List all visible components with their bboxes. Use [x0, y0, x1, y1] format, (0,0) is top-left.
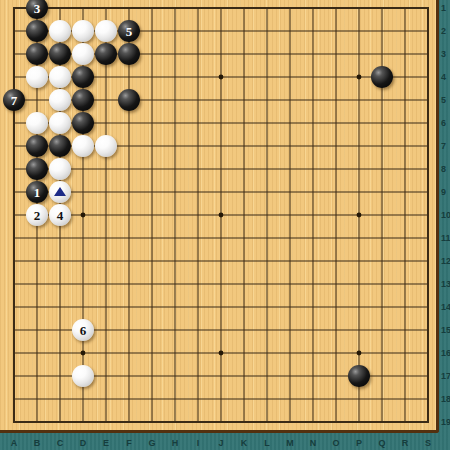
stone-p17[interactable]	[348, 365, 370, 387]
stone-c10[interactable]: 4	[49, 204, 71, 226]
row-label-9: 9	[441, 187, 446, 197]
row-label-5: 5	[441, 95, 446, 105]
move-number-label: 1	[34, 185, 41, 198]
stone-b8[interactable]	[26, 158, 48, 180]
stone-e2[interactable]	[95, 20, 117, 42]
stone-b7[interactable]	[26, 135, 48, 157]
row-label-2: 2	[441, 26, 446, 36]
stone-b2[interactable]	[26, 20, 48, 42]
stone-c5[interactable]	[49, 89, 71, 111]
column-label-e: E	[99, 438, 113, 448]
move-number-label: 5	[126, 24, 133, 37]
stone-b3[interactable]	[26, 43, 48, 65]
stone-b4[interactable]	[26, 66, 48, 88]
column-label-h: H	[168, 438, 182, 448]
row-label-14: 14	[441, 302, 450, 312]
move-number-label: 2	[34, 208, 41, 221]
column-label-a: A	[7, 438, 21, 448]
triangle-marker-icon	[54, 187, 66, 196]
stone-d2[interactable]	[72, 20, 94, 42]
row-label-6: 6	[441, 118, 446, 128]
stone-c3[interactable]	[49, 43, 71, 65]
stone-e7[interactable]	[95, 135, 117, 157]
stone-c6[interactable]	[49, 112, 71, 134]
board-grid[interactable]: 3571246	[3, 0, 440, 434]
column-label-g: G	[145, 438, 159, 448]
go-board-panel: 3571246 ABCDEFGHIJKLMNOPQRS 123456789101…	[0, 0, 450, 450]
row-label-16: 16	[441, 348, 450, 358]
stone-b9[interactable]: 1	[26, 181, 48, 203]
column-label-o: O	[329, 438, 343, 448]
row-label-1: 1	[441, 3, 446, 13]
column-label-l: L	[260, 438, 274, 448]
stone-f5[interactable]	[118, 89, 140, 111]
column-label-p: P	[352, 438, 366, 448]
column-label-m: M	[283, 438, 297, 448]
stone-a5[interactable]: 7	[3, 89, 25, 111]
move-number-label: 4	[57, 208, 64, 221]
stone-d3[interactable]	[72, 43, 94, 65]
stone-c4[interactable]	[49, 66, 71, 88]
stone-d17[interactable]	[72, 365, 94, 387]
goban[interactable]: 3571246	[0, 0, 439, 433]
column-label-d: D	[76, 438, 90, 448]
stone-b6[interactable]	[26, 112, 48, 134]
row-label-10: 10	[441, 210, 450, 220]
row-label-17: 17	[441, 371, 450, 381]
row-label-4: 4	[441, 72, 446, 82]
row-label-12: 12	[441, 256, 450, 266]
row-label-3: 3	[441, 49, 446, 59]
row-label-8: 8	[441, 164, 446, 174]
stone-f2[interactable]: 5	[118, 20, 140, 42]
stone-f3[interactable]	[118, 43, 140, 65]
column-label-f: F	[122, 438, 136, 448]
column-label-i: I	[191, 438, 205, 448]
row-label-13: 13	[441, 279, 450, 289]
stone-d15[interactable]: 6	[72, 319, 94, 341]
row-label-18: 18	[441, 394, 450, 404]
stone-c9[interactable]	[49, 181, 71, 203]
column-label-q: Q	[375, 438, 389, 448]
row-label-7: 7	[441, 141, 446, 151]
stone-b10[interactable]: 2	[26, 204, 48, 226]
row-label-11: 11	[441, 233, 450, 243]
stone-d6[interactable]	[72, 112, 94, 134]
column-label-b: B	[30, 438, 44, 448]
stone-c2[interactable]	[49, 20, 71, 42]
move-number-label: 7	[11, 93, 18, 106]
column-label-k: K	[237, 438, 251, 448]
stone-q4[interactable]	[371, 66, 393, 88]
move-number-label: 6	[80, 323, 87, 336]
stone-c7[interactable]	[49, 135, 71, 157]
stone-d5[interactable]	[72, 89, 94, 111]
stone-b1[interactable]: 3	[26, 0, 48, 19]
column-label-j: J	[214, 438, 228, 448]
column-label-s: S	[421, 438, 435, 448]
row-label-15: 15	[441, 325, 450, 335]
column-label-n: N	[306, 438, 320, 448]
stone-c8[interactable]	[49, 158, 71, 180]
column-label-c: C	[53, 438, 67, 448]
column-label-r: R	[398, 438, 412, 448]
move-number-label: 3	[34, 1, 41, 14]
row-label-19: 19	[441, 417, 450, 427]
stone-d4[interactable]	[72, 66, 94, 88]
stone-d7[interactable]	[72, 135, 94, 157]
stone-e3[interactable]	[95, 43, 117, 65]
